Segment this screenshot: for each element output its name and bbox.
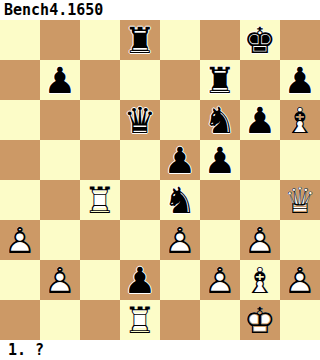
square-e8[interactable] xyxy=(160,20,200,60)
square-c3[interactable] xyxy=(80,220,120,260)
white-pawn[interactable]: ♙ xyxy=(280,260,320,300)
square-b2[interactable]: ♟♙ xyxy=(40,260,80,300)
square-g6[interactable]: ♟ xyxy=(240,100,280,140)
square-c2[interactable] xyxy=(80,260,120,300)
square-e6[interactable] xyxy=(160,100,200,140)
square-a2[interactable] xyxy=(0,260,40,300)
square-a3[interactable]: ♟♙ xyxy=(0,220,40,260)
square-g4[interactable] xyxy=(240,180,280,220)
square-d5[interactable] xyxy=(120,140,160,180)
page-title: Bench4.1650 xyxy=(0,0,320,20)
black-knight[interactable]: ♞ xyxy=(200,100,240,140)
square-g3[interactable]: ♟♙ xyxy=(240,220,280,260)
square-d2[interactable]: ♟ xyxy=(120,260,160,300)
white-king[interactable]: ♔ xyxy=(240,300,280,340)
square-e7[interactable] xyxy=(160,60,200,100)
square-a1[interactable] xyxy=(0,300,40,340)
black-king[interactable]: ♚ xyxy=(240,20,280,60)
square-b3[interactable] xyxy=(40,220,80,260)
square-f2[interactable]: ♟♙ xyxy=(200,260,240,300)
white-pawn[interactable]: ♙ xyxy=(0,220,40,260)
square-d4[interactable] xyxy=(120,180,160,220)
square-a8[interactable] xyxy=(0,20,40,60)
square-a7[interactable] xyxy=(0,60,40,100)
square-e5[interactable]: ♟ xyxy=(160,140,200,180)
chess-app: Bench4.1650 ♜♚♟♜♟♛♞♟♝♗♟♟♜♖♞♛♕♟♙♟♙♟♙♟♙♟♟♙… xyxy=(0,0,320,360)
square-f3[interactable] xyxy=(200,220,240,260)
square-b7[interactable]: ♟ xyxy=(40,60,80,100)
chess-board: ♜♚♟♜♟♛♞♟♝♗♟♟♜♖♞♛♕♟♙♟♙♟♙♟♙♟♟♙♝♗♟♙♜♖♚♔ xyxy=(0,20,320,340)
square-f4[interactable] xyxy=(200,180,240,220)
white-rook[interactable]: ♖ xyxy=(80,180,120,220)
square-g5[interactable] xyxy=(240,140,280,180)
white-bishop[interactable]: ♗ xyxy=(280,100,320,140)
square-b6[interactable] xyxy=(40,100,80,140)
black-queen[interactable]: ♛ xyxy=(120,100,160,140)
square-g2[interactable]: ♝♗ xyxy=(240,260,280,300)
square-h1[interactable] xyxy=(280,300,320,340)
square-d1[interactable]: ♜♖ xyxy=(120,300,160,340)
white-rook[interactable]: ♖ xyxy=(120,300,160,340)
white-pawn[interactable]: ♙ xyxy=(240,220,280,260)
square-f5[interactable]: ♟ xyxy=(200,140,240,180)
square-b5[interactable] xyxy=(40,140,80,180)
square-g7[interactable] xyxy=(240,60,280,100)
square-b4[interactable] xyxy=(40,180,80,220)
square-e4[interactable]: ♞ xyxy=(160,180,200,220)
square-a4[interactable] xyxy=(0,180,40,220)
square-f7[interactable]: ♜ xyxy=(200,60,240,100)
square-b1[interactable] xyxy=(40,300,80,340)
black-rook[interactable]: ♜ xyxy=(120,20,160,60)
square-h6[interactable]: ♝♗ xyxy=(280,100,320,140)
square-d7[interactable] xyxy=(120,60,160,100)
white-pawn[interactable]: ♙ xyxy=(200,260,240,300)
square-h3[interactable] xyxy=(280,220,320,260)
square-d8[interactable]: ♜ xyxy=(120,20,160,60)
square-a6[interactable] xyxy=(0,100,40,140)
square-c1[interactable] xyxy=(80,300,120,340)
square-c5[interactable] xyxy=(80,140,120,180)
square-h4[interactable]: ♛♕ xyxy=(280,180,320,220)
square-f1[interactable] xyxy=(200,300,240,340)
square-e1[interactable] xyxy=(160,300,200,340)
square-c6[interactable] xyxy=(80,100,120,140)
square-d6[interactable]: ♛ xyxy=(120,100,160,140)
black-pawn[interactable]: ♟ xyxy=(280,60,320,100)
square-d3[interactable] xyxy=(120,220,160,260)
move-prompt: 1. ? xyxy=(0,340,320,360)
square-h8[interactable] xyxy=(280,20,320,60)
square-b8[interactable] xyxy=(40,20,80,60)
square-e3[interactable]: ♟♙ xyxy=(160,220,200,260)
square-a5[interactable] xyxy=(0,140,40,180)
square-g8[interactable]: ♚ xyxy=(240,20,280,60)
square-h7[interactable]: ♟ xyxy=(280,60,320,100)
square-c8[interactable] xyxy=(80,20,120,60)
black-pawn[interactable]: ♟ xyxy=(40,60,80,100)
black-knight[interactable]: ♞ xyxy=(160,180,200,220)
black-pawn[interactable]: ♟ xyxy=(120,260,160,300)
white-pawn[interactable]: ♙ xyxy=(160,220,200,260)
black-pawn[interactable]: ♟ xyxy=(160,140,200,180)
square-g1[interactable]: ♚♔ xyxy=(240,300,280,340)
square-c7[interactable] xyxy=(80,60,120,100)
square-f6[interactable]: ♞ xyxy=(200,100,240,140)
square-c4[interactable]: ♜♖ xyxy=(80,180,120,220)
white-bishop[interactable]: ♗ xyxy=(240,260,280,300)
square-e2[interactable] xyxy=(160,260,200,300)
black-pawn[interactable]: ♟ xyxy=(240,100,280,140)
white-pawn[interactable]: ♙ xyxy=(40,260,80,300)
square-h5[interactable] xyxy=(280,140,320,180)
square-f8[interactable] xyxy=(200,20,240,60)
white-queen[interactable]: ♕ xyxy=(280,180,320,220)
square-h2[interactable]: ♟♙ xyxy=(280,260,320,300)
black-rook[interactable]: ♜ xyxy=(200,60,240,100)
black-pawn[interactable]: ♟ xyxy=(200,140,240,180)
